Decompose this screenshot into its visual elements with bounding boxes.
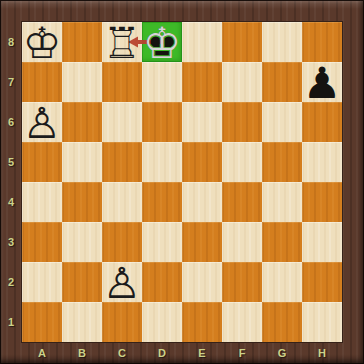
- square-b1[interactable]: [62, 302, 102, 342]
- square-a6[interactable]: ♙: [22, 102, 62, 142]
- square-c4[interactable]: [102, 182, 142, 222]
- square-e7[interactable]: [182, 62, 222, 102]
- black-piece-p-h7: ♟: [302, 63, 342, 103]
- file-labels: ABCDEFGH: [22, 342, 342, 364]
- square-g7[interactable]: [262, 62, 302, 102]
- square-f1[interactable]: [222, 302, 262, 342]
- rank-label-8: 8: [0, 22, 22, 62]
- square-h6[interactable]: [302, 102, 342, 142]
- square-g3[interactable]: [262, 222, 302, 262]
- square-a3[interactable]: [22, 222, 62, 262]
- black-piece-k-d8: ♚: [142, 23, 182, 63]
- rank-labels: 87654321: [0, 22, 22, 342]
- square-e8[interactable]: [182, 22, 222, 62]
- square-h4[interactable]: [302, 182, 342, 222]
- rank-label-4: 4: [0, 182, 22, 222]
- square-d8[interactable]: ♚♔: [142, 22, 182, 62]
- board-grid: ♔♖♚♔♟♙♙: [22, 22, 342, 342]
- white-piece-k-a8: ♔: [22, 23, 62, 63]
- file-label-h: H: [302, 342, 342, 364]
- square-g1[interactable]: [262, 302, 302, 342]
- square-g2[interactable]: [262, 262, 302, 302]
- square-e1[interactable]: [182, 302, 222, 342]
- rank-label-6: 6: [0, 102, 22, 142]
- square-c6[interactable]: [102, 102, 142, 142]
- square-b5[interactable]: [62, 142, 102, 182]
- square-f3[interactable]: [222, 222, 262, 262]
- square-f4[interactable]: [222, 182, 262, 222]
- square-f5[interactable]: [222, 142, 262, 182]
- file-label-e: E: [182, 342, 222, 364]
- square-g5[interactable]: [262, 142, 302, 182]
- square-a5[interactable]: [22, 142, 62, 182]
- square-h8[interactable]: [302, 22, 342, 62]
- file-label-f: F: [222, 342, 262, 364]
- square-f2[interactable]: [222, 262, 262, 302]
- file-label-g: G: [262, 342, 302, 364]
- rank-label-1: 1: [0, 302, 22, 342]
- square-h2[interactable]: [302, 262, 342, 302]
- square-c5[interactable]: [102, 142, 142, 182]
- square-d2[interactable]: [142, 262, 182, 302]
- rank-label-3: 3: [0, 222, 22, 262]
- white-piece-p-c2: ♙: [102, 263, 142, 303]
- square-d7[interactable]: [142, 62, 182, 102]
- square-e5[interactable]: [182, 142, 222, 182]
- square-d3[interactable]: [142, 222, 182, 262]
- square-g8[interactable]: [262, 22, 302, 62]
- square-h7[interactable]: ♟: [302, 62, 342, 102]
- square-b2[interactable]: [62, 262, 102, 302]
- square-b8[interactable]: [62, 22, 102, 62]
- square-e4[interactable]: [182, 182, 222, 222]
- square-a2[interactable]: [22, 262, 62, 302]
- rank-label-5: 5: [0, 142, 22, 182]
- black-king-detail: ♔: [142, 23, 182, 63]
- square-c8[interactable]: ♖: [102, 22, 142, 62]
- chessboard: ♔♖♚♔♟♙♙ 87654321 ABCDEFGH: [0, 0, 364, 364]
- square-d5[interactable]: [142, 142, 182, 182]
- square-b3[interactable]: [62, 222, 102, 262]
- square-e2[interactable]: [182, 262, 222, 302]
- square-a4[interactable]: [22, 182, 62, 222]
- square-a8[interactable]: ♔: [22, 22, 62, 62]
- square-e3[interactable]: [182, 222, 222, 262]
- square-c1[interactable]: [102, 302, 142, 342]
- square-c3[interactable]: [102, 222, 142, 262]
- white-piece-r-c8: ♖: [102, 23, 142, 63]
- file-label-c: C: [102, 342, 142, 364]
- square-f6[interactable]: [222, 102, 262, 142]
- square-d4[interactable]: [142, 182, 182, 222]
- square-h1[interactable]: [302, 302, 342, 342]
- square-a7[interactable]: [22, 62, 62, 102]
- square-g4[interactable]: [262, 182, 302, 222]
- square-c2[interactable]: ♙: [102, 262, 142, 302]
- square-g6[interactable]: [262, 102, 302, 142]
- square-h3[interactable]: [302, 222, 342, 262]
- rank-label-7: 7: [0, 62, 22, 102]
- square-e6[interactable]: [182, 102, 222, 142]
- square-a1[interactable]: [22, 302, 62, 342]
- square-c7[interactable]: [102, 62, 142, 102]
- square-h5[interactable]: [302, 142, 342, 182]
- rank-label-2: 2: [0, 262, 22, 302]
- square-b4[interactable]: [62, 182, 102, 222]
- square-d1[interactable]: [142, 302, 182, 342]
- square-b7[interactable]: [62, 62, 102, 102]
- white-piece-p-a6: ♙: [22, 103, 62, 143]
- square-f7[interactable]: [222, 62, 262, 102]
- square-b6[interactable]: [62, 102, 102, 142]
- file-label-b: B: [62, 342, 102, 364]
- square-f8[interactable]: [222, 22, 262, 62]
- file-label-a: A: [22, 342, 62, 364]
- file-label-d: D: [142, 342, 182, 364]
- square-d6[interactable]: [142, 102, 182, 142]
